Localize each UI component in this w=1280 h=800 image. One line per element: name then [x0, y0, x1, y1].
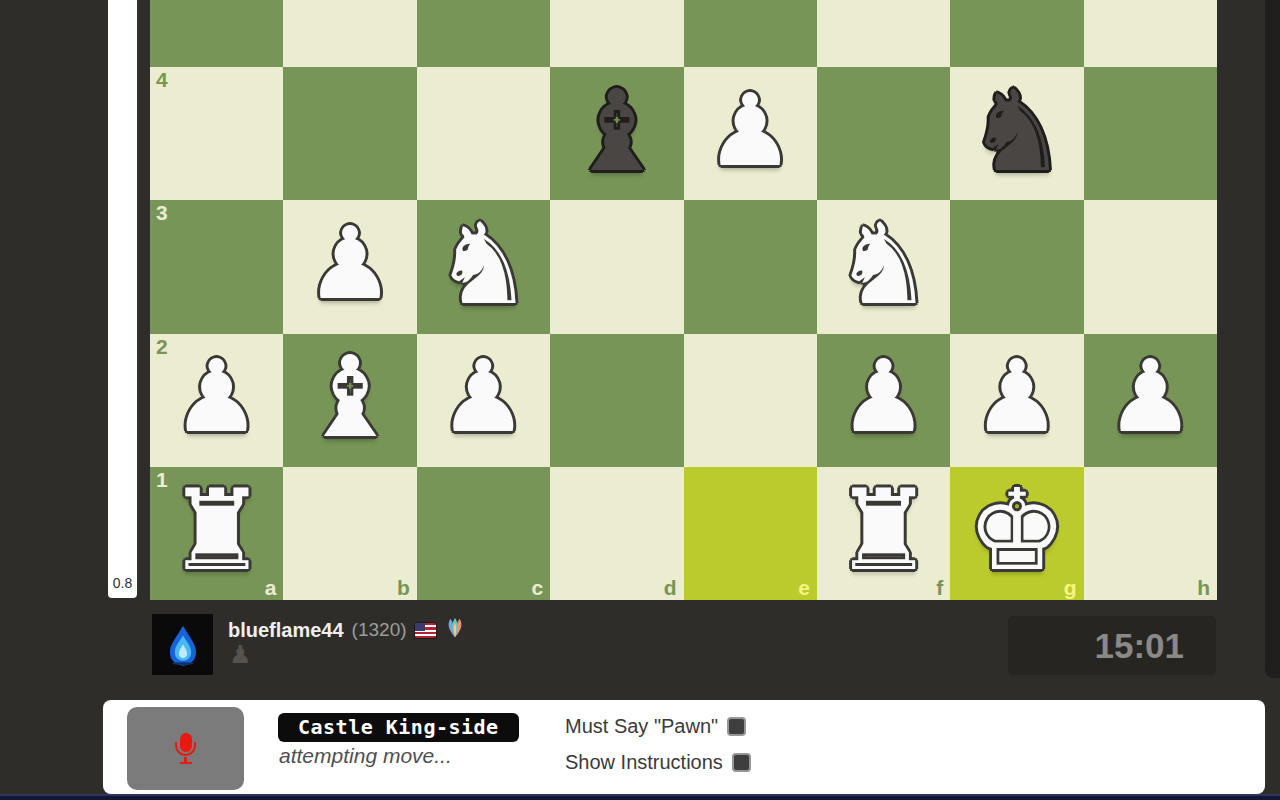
piece-black-bishop-d4[interactable]: ♝ [567, 75, 667, 187]
piece-white-knight-f3[interactable]: ♞ [833, 208, 933, 320]
square-c4[interactable] [417, 67, 550, 200]
blue-flame-avatar-icon [161, 620, 205, 670]
chess-board[interactable]: 4♝♟♞3♟♞♞2♟♝♟♟♟♟1a♜bcdef♜g♚h [150, 0, 1217, 600]
must-say-pawn-label: Must Say "Pawn" [565, 715, 718, 738]
square-h4[interactable] [1084, 67, 1217, 200]
square-b2[interactable]: ♝ [283, 334, 416, 467]
flair-icon [444, 617, 466, 643]
square-b3[interactable]: ♟ [283, 200, 416, 333]
piece-white-pawn-c2[interactable]: ♟ [439, 347, 529, 447]
file-label-d: d [664, 577, 677, 598]
square-h5[interactable] [1084, 0, 1217, 67]
piece-white-pawn-h2[interactable]: ♟ [1105, 347, 1195, 447]
piece-white-rook-f1[interactable]: ♜ [833, 474, 933, 586]
square-c5[interactable] [417, 0, 550, 67]
voice-control-panel: Castle King-side attempting move... Must… [103, 700, 1265, 794]
square-b4[interactable] [283, 67, 416, 200]
square-f1[interactable]: f♜ [817, 467, 950, 600]
square-g4[interactable]: ♞ [950, 67, 1083, 200]
microphone-icon [175, 733, 197, 765]
show-instructions-label: Show Instructions [565, 751, 723, 774]
us-flag-icon [415, 623, 436, 638]
file-label-f: f [936, 577, 943, 598]
show-instructions-checkbox[interactable] [732, 753, 751, 772]
square-c2[interactable]: ♟ [417, 334, 550, 467]
eval-bar: 0.8 [108, 0, 137, 598]
must-say-pawn-checkbox[interactable] [727, 717, 746, 736]
piece-white-pawn-a2[interactable]: ♟ [172, 347, 262, 447]
square-h2[interactable]: ♟ [1084, 334, 1217, 467]
square-f3[interactable]: ♞ [817, 200, 950, 333]
piece-white-pawn-f2[interactable]: ♟ [839, 347, 929, 447]
piece-white-pawn-b3[interactable]: ♟ [305, 214, 395, 314]
square-c1[interactable]: c [417, 467, 550, 600]
piece-white-pawn-g2[interactable]: ♟ [972, 347, 1062, 447]
right-panel-edge [1265, 0, 1280, 678]
player-rating: (1320) [352, 619, 407, 641]
eval-score: 0.8 [108, 575, 137, 591]
square-e3[interactable] [684, 200, 817, 333]
square-a3[interactable]: 3 [150, 200, 283, 333]
player-info-row: blueflame44 (1320) [228, 617, 466, 643]
square-c3[interactable]: ♞ [417, 200, 550, 333]
square-a5[interactable] [150, 0, 283, 67]
voice-options: Must Say "Pawn" Show Instructions [565, 715, 751, 787]
square-e2[interactable] [684, 334, 817, 467]
square-a2[interactable]: 2♟ [150, 334, 283, 467]
square-f4[interactable] [817, 67, 950, 200]
square-d2[interactable] [550, 334, 683, 467]
square-d4[interactable]: ♝ [550, 67, 683, 200]
voice-status-text: attempting move... [279, 744, 452, 768]
square-a4[interactable]: 4 [150, 67, 283, 200]
file-label-b: b [397, 577, 410, 598]
file-label-h: h [1197, 577, 1210, 598]
app-root: 0.8 4♝♟♞3♟♞♞2♟♝♟♟♟♟1a♜bcdef♜g♚h blueflam… [0, 0, 1280, 800]
player-clock: 15:01 [1008, 616, 1216, 675]
piece-white-king-g1[interactable]: ♚ [967, 474, 1067, 586]
piece-black-knight-g4[interactable]: ♞ [967, 75, 1067, 187]
piece-white-bishop-b2[interactable]: ♝ [300, 341, 400, 453]
square-e5[interactable] [684, 0, 817, 67]
file-label-e: e [798, 577, 810, 598]
square-h3[interactable] [1084, 200, 1217, 333]
square-d5[interactable] [550, 0, 683, 67]
square-b1[interactable]: b [283, 467, 416, 600]
square-a1[interactable]: 1a♜ [150, 467, 283, 600]
square-g5[interactable] [950, 0, 1083, 67]
must-say-pawn-option[interactable]: Must Say "Pawn" [565, 715, 751, 738]
piece-white-knight-c3[interactable]: ♞ [433, 208, 533, 320]
show-instructions-option[interactable]: Show Instructions [565, 751, 751, 774]
file-label-c: c [531, 577, 543, 598]
square-e1[interactable]: e [684, 467, 817, 600]
square-g2[interactable]: ♟ [950, 334, 1083, 467]
square-f2[interactable]: ♟ [817, 334, 950, 467]
rank-label-3: 3 [156, 202, 168, 223]
square-d3[interactable] [550, 200, 683, 333]
square-e4[interactable]: ♟ [684, 67, 817, 200]
piece-white-pawn-e4[interactable]: ♟ [705, 81, 795, 181]
piece-white-rook-a1[interactable]: ♜ [166, 474, 266, 586]
square-d1[interactable]: d [550, 467, 683, 600]
square-f5[interactable] [817, 0, 950, 67]
window-bottom-edge [0, 794, 1280, 800]
square-h1[interactable]: h [1084, 467, 1217, 600]
player-avatar[interactable] [152, 614, 213, 675]
rank-label-4: 4 [156, 69, 168, 90]
square-g3[interactable] [950, 200, 1083, 333]
player-username[interactable]: blueflame44 [228, 619, 344, 642]
voice-command-text: Castle King-side [278, 713, 519, 742]
microphone-button[interactable] [127, 707, 244, 790]
captured-pawn-icon: ♟ [229, 640, 251, 670]
square-b5[interactable] [283, 0, 416, 67]
square-g1[interactable]: g♚ [950, 467, 1083, 600]
rank-label-2: 2 [156, 336, 168, 357]
